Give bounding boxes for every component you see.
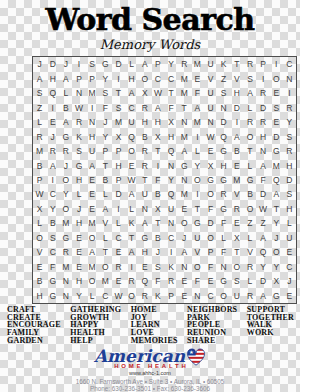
- grid-cell[interactable]: C: [46, 187, 59, 201]
- grid-cell[interactable]: R: [138, 289, 151, 303]
- grid-cell[interactable]: M: [99, 274, 112, 288]
- grid-cell[interactable]: L: [72, 187, 85, 201]
- grid-cell[interactable]: A: [257, 231, 270, 245]
- grid-cell[interactable]: S: [46, 231, 59, 245]
- grid-cell[interactable]: A: [270, 187, 283, 201]
- grid-cell[interactable]: W: [33, 187, 46, 201]
- grid-cell[interactable]: O: [33, 231, 46, 245]
- grid-cell[interactable]: S: [283, 129, 296, 143]
- grid-cell[interactable]: H: [164, 129, 177, 143]
- grid-cell[interactable]: L: [243, 274, 256, 288]
- grid-cell[interactable]: E: [125, 158, 138, 172]
- grid-cell[interactable]: I: [230, 115, 243, 129]
- grid-cell[interactable]: V: [33, 245, 46, 259]
- grid-cell[interactable]: F: [191, 274, 204, 288]
- grid-cell[interactable]: V: [99, 216, 112, 230]
- grid-cell[interactable]: N: [72, 86, 85, 100]
- grid-cell[interactable]: T: [178, 100, 191, 114]
- grid-cell[interactable]: E: [283, 289, 296, 303]
- grid-cell[interactable]: A: [86, 158, 99, 172]
- grid-cell[interactable]: P: [164, 289, 177, 303]
- grid-cell[interactable]: I: [46, 100, 59, 114]
- grid-cell[interactable]: H: [125, 71, 138, 85]
- grid-cell[interactable]: H: [138, 245, 151, 259]
- grid-cell[interactable]: F: [204, 260, 217, 274]
- grid-cell[interactable]: O: [191, 260, 204, 274]
- grid-cell[interactable]: M: [112, 115, 125, 129]
- grid-cell[interactable]: P: [151, 57, 164, 71]
- grid-cell[interactable]: G: [138, 231, 151, 245]
- grid-cell[interactable]: B: [151, 187, 164, 201]
- grid-cell[interactable]: U: [204, 57, 217, 71]
- grid-cell[interactable]: O: [243, 202, 256, 216]
- grid-cell[interactable]: M: [59, 260, 72, 274]
- grid-cell[interactable]: M: [178, 71, 191, 85]
- grid-cell[interactable]: A: [59, 115, 72, 129]
- grid-cell[interactable]: R: [243, 260, 256, 274]
- grid-cell[interactable]: H: [46, 71, 59, 85]
- grid-cell[interactable]: R: [243, 115, 256, 129]
- grid-cell[interactable]: R: [257, 115, 270, 129]
- grid-cell[interactable]: U: [86, 144, 99, 158]
- grid-cell[interactable]: A: [178, 144, 191, 158]
- grid-cell[interactable]: I: [112, 202, 125, 216]
- grid-cell[interactable]: X: [151, 129, 164, 143]
- grid-cell[interactable]: F: [217, 245, 230, 259]
- grid-cell[interactable]: I: [164, 245, 177, 259]
- grid-cell[interactable]: F: [204, 202, 217, 216]
- grid-cell[interactable]: C: [164, 231, 177, 245]
- grid-cell[interactable]: H: [72, 216, 85, 230]
- grid-cell[interactable]: D: [217, 115, 230, 129]
- grid-cell[interactable]: H: [72, 274, 85, 288]
- grid-cell[interactable]: R: [33, 129, 46, 143]
- grid-cell[interactable]: R: [112, 260, 125, 274]
- grid-cell[interactable]: Q: [257, 245, 270, 259]
- grid-cell[interactable]: P: [86, 71, 99, 85]
- grid-cell[interactable]: B: [230, 144, 243, 158]
- grid-cell[interactable]: O: [86, 274, 99, 288]
- grid-cell[interactable]: D: [257, 274, 270, 288]
- grid-cell[interactable]: Z: [33, 100, 46, 114]
- grid-cell[interactable]: E: [72, 260, 85, 274]
- grid-cell[interactable]: S: [270, 100, 283, 114]
- grid-cell[interactable]: F: [217, 216, 230, 230]
- grid-cell[interactable]: T: [230, 245, 243, 259]
- grid-cell[interactable]: B: [138, 129, 151, 143]
- grid-cell[interactable]: M: [59, 216, 72, 230]
- grid-cell[interactable]: G: [217, 144, 230, 158]
- grid-cell[interactable]: T: [138, 173, 151, 187]
- grid-cell[interactable]: M: [86, 260, 99, 274]
- grid-cell[interactable]: E: [86, 173, 99, 187]
- grid-cell[interactable]: O: [270, 245, 283, 259]
- grid-cell[interactable]: L: [125, 202, 138, 216]
- grid-cell[interactable]: D: [257, 187, 270, 201]
- grid-cell[interactable]: O: [204, 231, 217, 245]
- grid-cell[interactable]: L: [59, 86, 72, 100]
- grid-cell[interactable]: I: [257, 71, 270, 85]
- grid-cell[interactable]: W: [125, 173, 138, 187]
- grid-cell[interactable]: Y: [46, 202, 59, 216]
- grid-cell[interactable]: H: [138, 115, 151, 129]
- grid-cell[interactable]: Y: [270, 216, 283, 230]
- grid-cell[interactable]: H: [112, 158, 125, 172]
- grid-cell[interactable]: R: [72, 115, 85, 129]
- grid-cell[interactable]: O: [125, 144, 138, 158]
- grid-cell[interactable]: S: [99, 86, 112, 100]
- grid-cell[interactable]: E: [191, 71, 204, 85]
- grid-cell[interactable]: H: [230, 86, 243, 100]
- grid-cell[interactable]: A: [125, 86, 138, 100]
- grid-cell[interactable]: G: [217, 202, 230, 216]
- grid-cell[interactable]: M: [178, 187, 191, 201]
- grid-cell[interactable]: E: [46, 115, 59, 129]
- grid-cell[interactable]: G: [217, 274, 230, 288]
- grid-cell[interactable]: D: [257, 100, 270, 114]
- grid-cell[interactable]: G: [243, 173, 256, 187]
- grid-cell[interactable]: E: [72, 231, 85, 245]
- grid-cell[interactable]: X: [270, 274, 283, 288]
- grid-cell[interactable]: N: [86, 115, 99, 129]
- grid-cell[interactable]: G: [270, 289, 283, 303]
- grid-cell[interactable]: J: [151, 245, 164, 259]
- grid-cell[interactable]: X: [151, 202, 164, 216]
- grid-cell[interactable]: Y: [191, 158, 204, 172]
- grid-cell[interactable]: T: [112, 86, 125, 100]
- grid-cell[interactable]: D: [270, 129, 283, 143]
- grid-cell[interactable]: J: [46, 129, 59, 143]
- grid-cell[interactable]: M: [270, 158, 283, 172]
- grid-cell[interactable]: O: [191, 173, 204, 187]
- grid-cell[interactable]: Q: [46, 86, 59, 100]
- grid-cell[interactable]: O: [125, 289, 138, 303]
- grid-cell[interactable]: I: [72, 57, 85, 71]
- grid-cell[interactable]: E: [283, 245, 296, 259]
- grid-cell[interactable]: K: [217, 57, 230, 71]
- grid-cell[interactable]: U: [138, 187, 151, 201]
- grid-cell[interactable]: C: [99, 289, 112, 303]
- grid-cell[interactable]: H: [283, 202, 296, 216]
- grid-cell[interactable]: N: [283, 71, 296, 85]
- grid-cell[interactable]: Y: [59, 187, 72, 201]
- grid-cell[interactable]: S: [112, 100, 125, 114]
- grid-cell[interactable]: O: [59, 173, 72, 187]
- grid-cell[interactable]: K: [151, 289, 164, 303]
- grid-cell[interactable]: E: [138, 260, 151, 274]
- grid-cell[interactable]: X: [112, 129, 125, 143]
- grid-cell[interactable]: A: [138, 57, 151, 71]
- grid-cell[interactable]: R: [283, 100, 296, 114]
- grid-cell[interactable]: D: [112, 57, 125, 71]
- grid-cell[interactable]: E: [230, 158, 243, 172]
- grid-cell[interactable]: T: [99, 158, 112, 172]
- grid-cell[interactable]: U: [204, 86, 217, 100]
- grid-cell[interactable]: F: [191, 86, 204, 100]
- grid-cell[interactable]: A: [178, 245, 191, 259]
- grid-cell[interactable]: C: [46, 245, 59, 259]
- grid-cell[interactable]: A: [230, 129, 243, 143]
- grid-cell[interactable]: H: [283, 158, 296, 172]
- grid-cell[interactable]: E: [86, 187, 99, 201]
- grid-cell[interactable]: Q: [125, 129, 138, 143]
- grid-cell[interactable]: O: [59, 202, 72, 216]
- grid-cell[interactable]: P: [112, 144, 125, 158]
- grid-cell[interactable]: H: [257, 129, 270, 143]
- grid-cell[interactable]: S: [217, 86, 230, 100]
- grid-cell[interactable]: D: [230, 100, 243, 114]
- grid-cell[interactable]: B: [33, 274, 46, 288]
- grid-cell[interactable]: L: [125, 57, 138, 71]
- grid-cell[interactable]: F: [99, 100, 112, 114]
- grid-cell[interactable]: A: [33, 71, 46, 85]
- grid-cell[interactable]: I: [191, 129, 204, 143]
- grid-cell[interactable]: N: [178, 115, 191, 129]
- grid-cell[interactable]: E: [72, 245, 85, 259]
- grid-cell[interactable]: N: [178, 260, 191, 274]
- grid-cell[interactable]: N: [217, 260, 230, 274]
- grid-cell[interactable]: Q: [138, 274, 151, 288]
- grid-cell[interactable]: J: [99, 115, 112, 129]
- grid-cell[interactable]: L: [99, 187, 112, 201]
- grid-cell[interactable]: O: [270, 71, 283, 85]
- grid-cell[interactable]: N: [257, 144, 270, 158]
- grid-cell[interactable]: I: [112, 71, 125, 85]
- grid-cell[interactable]: W: [257, 202, 270, 216]
- grid-cell[interactable]: X: [164, 115, 177, 129]
- grid-cell[interactable]: D: [283, 173, 296, 187]
- grid-cell[interactable]: G: [178, 158, 191, 172]
- grid-cell[interactable]: H: [151, 115, 164, 129]
- grid-cell[interactable]: X: [230, 231, 243, 245]
- grid-cell[interactable]: A: [86, 245, 99, 259]
- grid-cell[interactable]: R: [243, 289, 256, 303]
- grid-cell[interactable]: B: [151, 231, 164, 245]
- grid-cell[interactable]: G: [217, 173, 230, 187]
- grid-cell[interactable]: C: [283, 260, 296, 274]
- grid-cell[interactable]: R: [125, 274, 138, 288]
- grid-cell[interactable]: Y: [257, 260, 270, 274]
- grid-cell[interactable]: E: [178, 274, 191, 288]
- grid-cell[interactable]: M: [191, 57, 204, 71]
- grid-cell[interactable]: N: [204, 115, 217, 129]
- grid-cell[interactable]: I: [125, 260, 138, 274]
- grid-cell[interactable]: T: [270, 202, 283, 216]
- grid-cell[interactable]: U: [164, 202, 177, 216]
- grid-cell[interactable]: J: [283, 274, 296, 288]
- grid-cell[interactable]: E: [33, 260, 46, 274]
- grid-cell[interactable]: A: [151, 100, 164, 114]
- grid-cell[interactable]: C: [125, 100, 138, 114]
- grid-cell[interactable]: L: [243, 231, 256, 245]
- grid-cell[interactable]: M: [33, 144, 46, 158]
- grid-cell[interactable]: B: [46, 216, 59, 230]
- grid-cell[interactable]: A: [99, 202, 112, 216]
- grid-cell[interactable]: W: [72, 100, 85, 114]
- grid-cell[interactable]: R: [138, 144, 151, 158]
- grid-cell[interactable]: O: [138, 71, 151, 85]
- grid-cell[interactable]: L: [33, 115, 46, 129]
- grid-cell[interactable]: C: [112, 231, 125, 245]
- grid-cell[interactable]: K: [164, 260, 177, 274]
- grid-cell[interactable]: A: [125, 245, 138, 259]
- grid-cell[interactable]: P: [99, 144, 112, 158]
- grid-cell[interactable]: A: [59, 71, 72, 85]
- grid-cell[interactable]: L: [217, 231, 230, 245]
- grid-cell[interactable]: Y: [99, 129, 112, 143]
- grid-cell[interactable]: H: [217, 158, 230, 172]
- grid-cell[interactable]: E: [270, 115, 283, 129]
- grid-cell[interactable]: L: [86, 289, 99, 303]
- grid-cell[interactable]: T: [99, 245, 112, 259]
- grid-cell[interactable]: M: [178, 129, 191, 143]
- grid-cell[interactable]: A: [191, 100, 204, 114]
- grid-cell[interactable]: L: [283, 216, 296, 230]
- grid-cell[interactable]: S: [72, 144, 85, 158]
- grid-cell[interactable]: U: [204, 100, 217, 114]
- grid-cell[interactable]: G: [99, 57, 112, 71]
- grid-cell[interactable]: Z: [217, 71, 230, 85]
- grid-cell[interactable]: R: [138, 100, 151, 114]
- grid-cell[interactable]: Q: [217, 129, 230, 143]
- grid-cell[interactable]: S: [151, 260, 164, 274]
- grid-cell[interactable]: J: [33, 57, 46, 71]
- grid-cell[interactable]: V: [230, 71, 243, 85]
- grid-cell[interactable]: S: [243, 71, 256, 85]
- grid-cell[interactable]: E: [178, 289, 191, 303]
- grid-cell[interactable]: F: [46, 260, 59, 274]
- grid-cell[interactable]: S: [230, 274, 243, 288]
- grid-cell[interactable]: L: [112, 216, 125, 230]
- grid-cell[interactable]: R: [230, 202, 243, 216]
- grid-cell[interactable]: Y: [164, 57, 177, 71]
- grid-cell[interactable]: B: [243, 187, 256, 201]
- grid-cell[interactable]: O: [217, 289, 230, 303]
- grid-cell[interactable]: H: [86, 129, 99, 143]
- grid-cell[interactable]: Y: [270, 260, 283, 274]
- grid-cell[interactable]: T: [230, 57, 243, 71]
- grid-cell[interactable]: S: [86, 57, 99, 71]
- grid-cell[interactable]: N: [164, 158, 177, 172]
- grid-cell[interactable]: O: [230, 260, 243, 274]
- grid-cell[interactable]: V: [230, 187, 243, 201]
- grid-cell[interactable]: I: [151, 158, 164, 172]
- grid-cell[interactable]: P: [72, 71, 85, 85]
- grid-cell[interactable]: E: [204, 274, 217, 288]
- grid-cell[interactable]: E: [230, 216, 243, 230]
- grid-cell[interactable]: T: [151, 216, 164, 230]
- grid-cell[interactable]: L: [191, 144, 204, 158]
- grid-cell[interactable]: U: [283, 231, 296, 245]
- grid-cell[interactable]: T: [125, 231, 138, 245]
- grid-cell[interactable]: P: [204, 245, 217, 259]
- grid-cell[interactable]: R: [257, 86, 270, 100]
- grid-cell[interactable]: B: [99, 173, 112, 187]
- grid-cell[interactable]: I: [283, 86, 296, 100]
- grid-cell[interactable]: M: [230, 173, 243, 187]
- grid-cell[interactable]: J: [59, 57, 72, 71]
- grid-cell[interactable]: R: [59, 245, 72, 259]
- grid-cell[interactable]: P: [112, 173, 125, 187]
- grid-cell[interactable]: X: [138, 86, 151, 100]
- grid-cell[interactable]: Y: [99, 71, 112, 85]
- grid-cell[interactable]: A: [243, 86, 256, 100]
- grid-cell[interactable]: I: [270, 57, 283, 71]
- grid-cell[interactable]: A: [138, 216, 151, 230]
- grid-cell[interactable]: P: [257, 57, 270, 71]
- grid-cell[interactable]: G: [191, 216, 204, 230]
- grid-cell[interactable]: H: [72, 173, 85, 187]
- grid-cell[interactable]: X: [204, 158, 217, 172]
- grid-cell[interactable]: E: [270, 86, 283, 100]
- grid-cell[interactable]: S: [33, 86, 46, 100]
- grid-cell[interactable]: L: [243, 158, 256, 172]
- grid-cell[interactable]: O: [86, 231, 99, 245]
- grid-cell[interactable]: T: [151, 144, 164, 158]
- grid-cell[interactable]: E: [204, 144, 217, 158]
- grid-cell[interactable]: B: [59, 100, 72, 114]
- grid-cell[interactable]: D: [204, 216, 217, 230]
- grid-cell[interactable]: O: [204, 187, 217, 201]
- grid-cell[interactable]: C: [151, 71, 164, 85]
- grid-cell[interactable]: O: [99, 260, 112, 274]
- grid-cell[interactable]: Z: [243, 216, 256, 230]
- grid-cell[interactable]: J: [72, 202, 85, 216]
- grid-cell[interactable]: G: [72, 158, 85, 172]
- grid-cell[interactable]: Y: [283, 115, 296, 129]
- grid-cell[interactable]: C: [283, 57, 296, 71]
- grid-cell[interactable]: L: [33, 216, 46, 230]
- grid-cell[interactable]: Z: [257, 216, 270, 230]
- grid-cell[interactable]: Q: [270, 173, 283, 187]
- grid-cell[interactable]: B: [33, 158, 46, 172]
- grid-cell[interactable]: M: [86, 86, 99, 100]
- grid-cell[interactable]: E: [86, 202, 99, 216]
- grid-cell[interactable]: W: [112, 289, 125, 303]
- grid-cell[interactable]: F: [151, 274, 164, 288]
- grid-cell[interactable]: I: [86, 100, 99, 114]
- grid-cell[interactable]: A: [257, 158, 270, 172]
- grid-cell[interactable]: E: [178, 202, 191, 216]
- grid-cell[interactable]: D: [46, 57, 59, 71]
- grid-cell[interactable]: R: [243, 57, 256, 71]
- grid-cell[interactable]: M: [178, 86, 191, 100]
- grid-cell[interactable]: G: [46, 289, 59, 303]
- grid-cell[interactable]: N: [138, 202, 151, 216]
- grid-cell[interactable]: R: [59, 144, 72, 158]
- grid-cell[interactable]: G: [270, 144, 283, 158]
- grid-cell[interactable]: E: [112, 274, 125, 288]
- grid-cell[interactable]: G: [59, 231, 72, 245]
- grid-cell[interactable]: O: [178, 216, 191, 230]
- grid-cell[interactable]: R: [138, 158, 151, 172]
- grid-cell[interactable]: F: [164, 100, 177, 114]
- grid-cell[interactable]: N: [164, 216, 177, 230]
- grid-cell[interactable]: A: [46, 158, 59, 172]
- grid-cell[interactable]: R: [217, 187, 230, 201]
- grid-cell[interactable]: Y: [164, 173, 177, 187]
- grid-cell[interactable]: V: [243, 245, 256, 259]
- grid-cell[interactable]: W: [151, 86, 164, 100]
- grid-cell[interactable]: J: [178, 231, 191, 245]
- grid-cell[interactable]: A: [257, 289, 270, 303]
- grid-cell[interactable]: U: [125, 115, 138, 129]
- grid-cell[interactable]: V: [191, 245, 204, 259]
- grid-cell[interactable]: L: [99, 231, 112, 245]
- grid-cell[interactable]: G: [204, 173, 217, 187]
- grid-cell[interactable]: D: [112, 187, 125, 201]
- grid-cell[interactable]: S: [283, 187, 296, 201]
